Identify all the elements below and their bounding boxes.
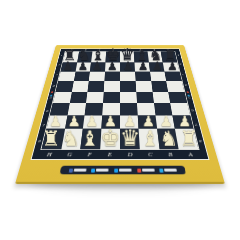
telegram-icon (159, 168, 163, 172)
file-label-far-e: E (106, 49, 120, 51)
square-g3[interactable] (73, 71, 89, 81)
square-d2[interactable]: ♟ (120, 63, 135, 72)
file-label-far-f: F (92, 49, 106, 51)
square-g4[interactable] (72, 81, 89, 91)
square-d5[interactable] (120, 92, 137, 103)
branding-social-strip (60, 166, 187, 175)
piece-white-knight[interactable]: ♞ (61, 129, 80, 150)
square-a2[interactable]: ♟ (163, 63, 179, 72)
piece-black-pawn[interactable]: ♟ (167, 60, 177, 72)
file-label-c: C (140, 151, 161, 159)
chess-mat: ♜♞♝♚♛♝♞♜♟♟♟♟♟♟♟♟♟♟♟♟♟♟♟♟♜♞♝♚♛♝♞♜ HGFEDCB… (15, 45, 225, 184)
social-item (114, 168, 131, 172)
social-handle-text (96, 169, 109, 171)
square-e5[interactable] (103, 92, 120, 103)
square-d8[interactable]: ♛ (120, 129, 140, 149)
rank-label-1: 1 (175, 51, 182, 60)
file-label-b: B (160, 151, 181, 159)
square-e3[interactable] (104, 71, 120, 81)
square-b8[interactable]: ♞ (157, 129, 179, 149)
square-f2[interactable]: ♟ (90, 63, 105, 72)
square-h3[interactable] (58, 71, 75, 81)
square-b2[interactable]: ♟ (149, 63, 165, 72)
social-item (91, 168, 109, 172)
twitter-icon (114, 168, 118, 172)
piece-black-pawn[interactable]: ♟ (63, 60, 73, 72)
square-f8[interactable]: ♝ (80, 129, 101, 149)
file-label-far-h: H (65, 49, 79, 51)
piece-black-pawn[interactable]: ♟ (77, 60, 87, 72)
square-g5[interactable] (69, 92, 87, 103)
social-handle-text (142, 169, 155, 171)
twitter-icon (91, 168, 95, 172)
social-item (68, 168, 86, 172)
square-c2[interactable]: ♟ (135, 63, 150, 72)
square-e2[interactable]: ♟ (105, 63, 120, 72)
piece-white-bishop[interactable]: ♝ (81, 129, 100, 150)
file-label-g: G (59, 151, 80, 159)
rank-label-2: 2 (177, 60, 184, 70)
square-a3[interactable] (165, 71, 182, 81)
social-handle-text (164, 169, 177, 171)
square-d4[interactable] (120, 81, 137, 91)
product-photo: ♜♞♝♚♛♝♞♜♟♟♟♟♟♟♟♟♟♟♟♟♟♟♟♟♜♞♝♚♛♝♞♜ HGFEDCB… (0, 0, 240, 240)
square-d3[interactable] (120, 71, 136, 81)
square-g2[interactable]: ♟ (75, 63, 91, 72)
file-label-far-b: B (147, 49, 161, 51)
square-f5[interactable] (86, 92, 103, 103)
social-handle-text (73, 169, 86, 171)
piece-white-rook[interactable]: ♜ (42, 129, 61, 150)
square-c4[interactable] (136, 81, 153, 91)
file-label-far-d: D (120, 49, 134, 51)
square-f3[interactable] (89, 71, 105, 81)
coordinate-frame: ♜♞♝♚♛♝♞♜♟♟♟♟♟♟♟♟♟♟♟♟♟♟♟♟♜♞♝♚♛♝♞♜ HGFEDCB… (30, 49, 209, 160)
file-label-far-g: G (79, 49, 93, 51)
square-e8[interactable]: ♚ (100, 129, 120, 149)
piece-white-knight[interactable]: ♞ (160, 129, 179, 150)
square-c3[interactable] (135, 71, 151, 81)
perspective-scene: ♜♞♝♚♛♝♞♜♟♟♟♟♟♟♟♟♟♟♟♟♟♟♟♟♜♞♝♚♛♝♞♜ HGFEDCB… (0, 0, 240, 240)
social-item (159, 168, 177, 172)
piece-white-bishop[interactable]: ♝ (141, 129, 160, 150)
file-labels-top: HGFEDCBA (65, 49, 175, 51)
piece-black-pawn[interactable]: ♟ (122, 60, 132, 72)
file-label-h: H (38, 151, 60, 159)
file-label-e: E (100, 151, 120, 159)
file-label-far-a: A (161, 49, 175, 51)
square-c5[interactable] (137, 92, 154, 103)
facebook-icon (68, 168, 72, 172)
piece-black-pawn[interactable]: ♟ (137, 60, 147, 72)
piece-white-king[interactable]: ♚ (100, 127, 120, 150)
square-c8[interactable]: ♝ (139, 129, 160, 149)
social-item (137, 168, 155, 172)
piece-black-pawn[interactable]: ♟ (92, 60, 102, 72)
piece-white-queen[interactable]: ♛ (120, 127, 140, 150)
square-e4[interactable] (103, 81, 120, 91)
piece-black-pawn[interactable]: ♟ (107, 60, 117, 72)
chess-board[interactable]: ♜♞♝♚♛♝♞♜♟♟♟♟♟♟♟♟♟♟♟♟♟♟♟♟♜♞♝♚♛♝♞♜ (40, 51, 199, 150)
file-label-a: A (180, 151, 202, 159)
file-label-f: F (79, 151, 100, 159)
square-a5[interactable] (168, 92, 187, 103)
file-labels-bottom: HGFEDCBA (38, 151, 202, 159)
file-label-far-c: C (134, 49, 148, 51)
square-a4[interactable] (167, 81, 185, 91)
instagram-icon (137, 168, 141, 172)
square-f4[interactable] (87, 81, 104, 91)
social-handle-text (119, 169, 132, 171)
file-label-d: D (120, 151, 140, 159)
piece-black-pawn[interactable]: ♟ (152, 60, 162, 72)
